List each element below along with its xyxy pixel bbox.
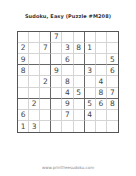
cell-r3c9: 5 (107, 54, 118, 65)
cell-r8c3 (40, 110, 51, 121)
cell-r1c8 (96, 32, 107, 43)
cell-r5c5: 8 (62, 76, 73, 87)
cell-r2c6: 8 (74, 43, 85, 54)
cell-r7c5: 9 (62, 99, 73, 110)
cell-r8c6 (74, 110, 85, 121)
cell-r5c4 (51, 76, 62, 87)
cell-r2c9 (107, 43, 118, 54)
cell-r1c3 (40, 32, 51, 43)
cell-r8c8 (96, 110, 107, 121)
cell-r3c2 (29, 54, 40, 65)
cell-r3c1: 9 (18, 54, 29, 65)
cell-r8c5: 7 (62, 110, 73, 121)
cell-r2c7: 1 (85, 43, 96, 54)
cell-r1c6 (74, 32, 85, 43)
sudoku-board: 727381965893628445872956867413 (17, 31, 119, 133)
cell-r9c1: 1 (18, 121, 29, 132)
cell-r5c6 (74, 76, 85, 87)
cell-r1c9 (107, 32, 118, 43)
cell-r3c8 (96, 54, 107, 65)
footer-url: www.printfreesudoku.com (0, 165, 136, 170)
puzzle-title: Sudoku, Easy (Puzzle #M208) (0, 13, 136, 19)
cell-r1c5 (62, 32, 73, 43)
cell-r4c3 (40, 65, 51, 76)
cell-r7c1 (18, 99, 29, 110)
cell-r3c7 (85, 54, 96, 65)
cell-r4c7: 3 (85, 65, 96, 76)
cell-r5c2 (29, 76, 40, 87)
cell-r4c4: 9 (51, 65, 62, 76)
cell-r2c3: 7 (40, 43, 51, 54)
cell-r9c5 (62, 121, 73, 132)
cell-r2c1: 2 (18, 43, 29, 54)
cell-r6c9: 7 (107, 88, 118, 99)
cell-r6c6: 5 (74, 88, 85, 99)
cell-r3c5: 6 (62, 54, 73, 65)
cell-r2c2 (29, 43, 40, 54)
cell-r8c7: 4 (85, 110, 96, 121)
cell-r1c2 (29, 32, 40, 43)
cell-r6c1 (18, 88, 29, 99)
cell-r4c1: 8 (18, 65, 29, 76)
cell-r9c8 (96, 121, 107, 132)
cell-r7c3 (40, 99, 51, 110)
cell-r7c8: 6 (96, 99, 107, 110)
cell-r4c9: 6 (107, 65, 118, 76)
cell-r5c3: 2 (40, 76, 51, 87)
cell-r6c4 (51, 88, 62, 99)
cell-r3c4 (51, 54, 62, 65)
cell-r8c1: 6 (18, 110, 29, 121)
cell-r6c2 (29, 88, 40, 99)
cell-r1c4: 7 (51, 32, 62, 43)
cell-r4c8 (96, 65, 107, 76)
cell-r1c7 (85, 32, 96, 43)
cell-r8c2 (29, 110, 40, 121)
cell-r6c7 (85, 88, 96, 99)
cell-r2c5: 3 (62, 43, 73, 54)
cell-r8c4 (51, 110, 62, 121)
cell-r5c8: 4 (96, 76, 107, 87)
cell-r7c9: 8 (107, 99, 118, 110)
cell-r9c2: 3 (29, 121, 40, 132)
cell-r7c7: 5 (85, 99, 96, 110)
cell-r5c7 (85, 76, 96, 87)
cell-r6c5: 4 (62, 88, 73, 99)
cell-r2c4 (51, 43, 62, 54)
cell-r9c6 (74, 121, 85, 132)
cell-r6c3 (40, 88, 51, 99)
cell-r1c1 (18, 32, 29, 43)
cell-r8c9 (107, 110, 118, 121)
cell-r9c4 (51, 121, 62, 132)
cell-r4c2 (29, 65, 40, 76)
cell-r6c8: 8 (96, 88, 107, 99)
sudoku-page: Sudoku, Easy (Puzzle #M208) 727381965893… (0, 0, 136, 176)
cell-r9c7 (85, 121, 96, 132)
cell-r9c3 (40, 121, 51, 132)
cell-r2c8 (96, 43, 107, 54)
cell-r5c9 (107, 76, 118, 87)
cell-r4c5 (62, 65, 73, 76)
cell-r9c9 (107, 121, 118, 132)
cell-r7c4 (51, 99, 62, 110)
cell-r7c2: 2 (29, 99, 40, 110)
cell-r5c1 (18, 76, 29, 87)
cell-r4c6 (74, 65, 85, 76)
cell-r7c6 (74, 99, 85, 110)
cell-r3c3 (40, 54, 51, 65)
cell-r3c6 (74, 54, 85, 65)
